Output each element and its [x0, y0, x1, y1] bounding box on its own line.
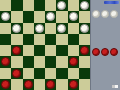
board-cell-r6c7[interactable] — [79, 68, 90, 79]
captured-red-piece — [101, 48, 109, 56]
board-cell-r6c1[interactable] — [11, 68, 22, 79]
board-cell-r4c4 — [45, 45, 56, 56]
board-cell-r7c2[interactable] — [23, 79, 34, 90]
board-cell-r3c5 — [56, 34, 67, 45]
captured-red-piece — [110, 48, 118, 56]
board-cell-r2c6 — [68, 23, 79, 34]
checkers-game-window — [0, 0, 120, 90]
board-cell-r1c6[interactable] — [68, 11, 79, 22]
board-cell-r0c6 — [68, 0, 79, 11]
captured-red-tray — [92, 48, 118, 56]
board-cell-r5c0[interactable] — [0, 56, 11, 67]
board-cell-r2c5[interactable] — [56, 23, 67, 34]
board-cell-r5c3 — [34, 56, 45, 67]
board-cell-r0c5[interactable] — [56, 0, 67, 11]
board-cell-r6c2 — [23, 68, 34, 79]
board-cell-r3c7 — [79, 34, 90, 45]
red-checker-piece[interactable] — [12, 46, 21, 55]
board-cell-r2c3[interactable] — [34, 23, 45, 34]
board-cell-r4c2 — [23, 45, 34, 56]
board-cell-r7c4[interactable] — [45, 79, 56, 90]
board-cell-r6c6 — [68, 68, 79, 79]
board-cell-r3c2[interactable] — [23, 34, 34, 45]
red-checker-piece[interactable] — [69, 80, 78, 89]
board-cell-r4c7[interactable] — [79, 45, 90, 56]
board-cell-r0c1[interactable] — [11, 0, 22, 11]
red-checker-piece[interactable] — [80, 46, 89, 55]
board-cell-r7c6[interactable] — [68, 79, 79, 90]
red-checker-piece[interactable] — [1, 80, 10, 89]
board-cell-r2c7[interactable] — [79, 23, 90, 34]
board-cell-r1c1 — [11, 11, 22, 22]
white-checker-piece[interactable] — [80, 1, 89, 10]
white-checker-piece[interactable] — [80, 24, 89, 33]
red-checker-piece[interactable] — [12, 69, 21, 78]
white-checker-piece[interactable] — [69, 12, 78, 21]
board-cell-r4c6 — [68, 45, 79, 56]
checkers-board — [0, 0, 90, 90]
resize-corner-icon — [112, 85, 118, 88]
board-cell-r6c0 — [0, 68, 11, 79]
board-cell-r4c1[interactable] — [11, 45, 22, 56]
board-cell-r3c4[interactable] — [45, 34, 56, 45]
board-cell-r1c3 — [34, 11, 45, 22]
board-cell-r5c4[interactable] — [45, 56, 56, 67]
white-checker-piece[interactable] — [57, 1, 66, 10]
white-checker-piece[interactable] — [35, 24, 44, 33]
captured-white-piece — [92, 10, 100, 18]
board-cell-r7c5 — [56, 79, 67, 90]
board-cell-r2c2 — [23, 23, 34, 34]
board-cell-r2c1[interactable] — [11, 23, 22, 34]
board-cell-r5c6[interactable] — [68, 56, 79, 67]
board-cell-r4c3[interactable] — [34, 45, 45, 56]
board-cell-r5c5 — [56, 56, 67, 67]
captured-white-tray — [92, 10, 118, 18]
board-cell-r4c5[interactable] — [56, 45, 67, 56]
board-cell-r6c4 — [45, 68, 56, 79]
red-checker-piece[interactable] — [24, 80, 33, 89]
board-cell-r3c1 — [11, 34, 22, 45]
board-cell-r5c2[interactable] — [23, 56, 34, 67]
board-cell-r1c2[interactable] — [23, 11, 34, 22]
board-cell-r0c3[interactable] — [34, 0, 45, 11]
board-cell-r2c4 — [45, 23, 56, 34]
board-cell-r2c0 — [0, 23, 11, 34]
captured-white-piece — [101, 10, 109, 18]
board-cell-r3c3 — [34, 34, 45, 45]
board-cell-r1c5 — [56, 11, 67, 22]
board-cell-r7c1 — [11, 79, 22, 90]
board-cell-r1c4[interactable] — [45, 11, 56, 22]
board-cell-r1c0[interactable] — [0, 11, 11, 22]
board-cell-r5c7 — [79, 56, 90, 67]
board-cell-r7c0[interactable] — [0, 79, 11, 90]
board-cell-r6c3[interactable] — [34, 68, 45, 79]
board-cell-r3c0[interactable] — [0, 34, 11, 45]
logo-mark-icon — [104, 1, 119, 5]
white-checker-piece[interactable] — [46, 12, 55, 21]
board-cell-r6c5[interactable] — [56, 68, 67, 79]
white-checker-piece[interactable] — [1, 12, 10, 21]
side-panel — [90, 0, 120, 90]
board-cell-r3c6[interactable] — [68, 34, 79, 45]
board-cell-r1c7 — [79, 11, 90, 22]
board-cell-r0c2 — [23, 0, 34, 11]
board-cell-r0c4 — [45, 0, 56, 11]
captured-white-piece — [110, 10, 118, 18]
red-checker-piece[interactable] — [46, 80, 55, 89]
white-checker-piece[interactable] — [57, 24, 66, 33]
board-cell-r5c1 — [11, 56, 22, 67]
captured-red-piece — [92, 48, 100, 56]
board-cell-r7c3 — [34, 79, 45, 90]
red-checker-piece[interactable] — [1, 57, 10, 66]
board-cell-r0c7[interactable] — [79, 0, 90, 11]
board-cell-r4c0 — [0, 45, 11, 56]
board-cell-r7c7 — [79, 79, 90, 90]
board-cell-r0c0 — [0, 0, 11, 11]
white-checker-piece[interactable] — [12, 24, 21, 33]
red-checker-piece[interactable] — [69, 57, 78, 66]
